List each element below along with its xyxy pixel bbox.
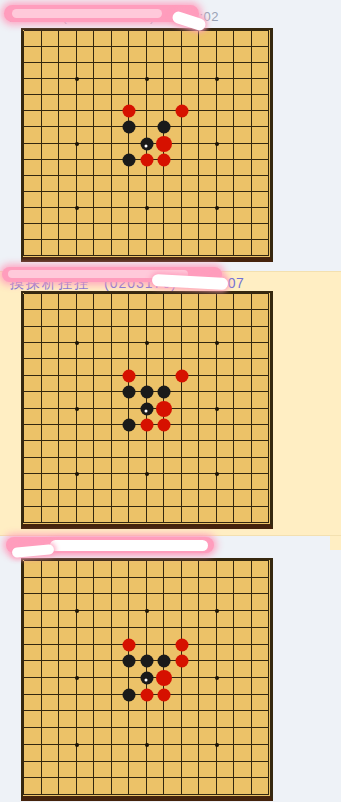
board-2-grid: [24, 294, 269, 523]
star-point: [145, 77, 149, 81]
chat-message-list: 建兆N(7131087822)12:12:02 摸探析挂挂(0203170)12…: [0, 0, 341, 802]
stone-red-c8-r8: [158, 418, 171, 431]
grid-line-vertical: [251, 294, 252, 523]
stone-black-c6-r6: [123, 121, 136, 134]
stone-black-c6-r6: [123, 386, 136, 399]
grid-line-horizontal: [24, 489, 269, 490]
star-point: [215, 676, 219, 680]
stone-black-c6-r8: [123, 153, 136, 166]
stone-black-c8-r6: [158, 386, 171, 399]
star-point: [75, 142, 79, 146]
board-3-grid: [24, 561, 269, 795]
star-point: [75, 77, 79, 81]
stone-black-c7-r6: [140, 655, 153, 668]
stone-red-c8-r7: [156, 136, 172, 152]
star-point: [215, 472, 219, 476]
star-point: [145, 472, 149, 476]
stone-black-c6-r8: [123, 688, 136, 701]
star-point: [215, 142, 219, 146]
stone-red-c6-r5: [123, 105, 136, 118]
grid-line-vertical: [268, 31, 269, 256]
grid-line-horizontal: [24, 522, 269, 523]
grid-line-horizontal: [24, 255, 269, 256]
star-point: [215, 609, 219, 613]
highlighted-message-background-edge: [330, 536, 341, 550]
stone-black-c7-r7: [140, 402, 153, 415]
stone-black-c6-r6: [123, 655, 136, 668]
star-point: [75, 609, 79, 613]
grid-line-vertical: [268, 561, 269, 795]
stone-black-c8-r6: [158, 121, 171, 134]
grid-line-horizontal: [24, 761, 269, 762]
grid-line-horizontal: [24, 777, 269, 778]
grid-line-vertical: [251, 31, 252, 256]
grid-line-vertical: [251, 561, 252, 795]
gomoku-board-1[interactable]: [21, 28, 273, 262]
star-point: [75, 206, 79, 210]
star-point: [215, 743, 219, 747]
redaction-scribble: [50, 540, 208, 551]
star-point: [75, 743, 79, 747]
stone-red-c6-r5: [123, 638, 136, 651]
star-point: [215, 206, 219, 210]
stone-black-c8-r6: [158, 655, 171, 668]
stone-red-c8-r7: [156, 401, 172, 417]
stone-black-c6-r8: [123, 418, 136, 431]
stone-black-c7-r6: [140, 386, 153, 399]
stone-black-c7-r7: [140, 137, 153, 150]
grid-line-horizontal: [24, 239, 269, 240]
redaction-scribble: [12, 9, 162, 18]
stone-marker-dot: [144, 144, 147, 147]
stone-marker-dot: [144, 409, 147, 412]
stone-red-c7-r8: [140, 153, 153, 166]
star-point: [145, 743, 149, 747]
star-point: [215, 407, 219, 411]
grid-line-horizontal: [24, 223, 269, 224]
stone-red-c9-r6: [175, 655, 188, 668]
board-1-grid: [24, 31, 269, 256]
star-point: [215, 77, 219, 81]
stone-red-c7-r8: [140, 688, 153, 701]
star-point: [215, 341, 219, 345]
stone-red-c9-r5: [175, 369, 188, 382]
stone-red-c6-r5: [123, 369, 136, 382]
star-point: [145, 609, 149, 613]
grid-line-horizontal: [24, 794, 269, 795]
star-point: [145, 206, 149, 210]
grid-line-vertical: [268, 294, 269, 523]
stone-marker-dot: [144, 679, 147, 682]
grid-line-horizontal: [24, 506, 269, 507]
stone-red-c8-r8: [158, 688, 171, 701]
stone-red-c8-r8: [158, 153, 171, 166]
gomoku-board-2[interactable]: [21, 291, 273, 529]
gomoku-board-3[interactable]: [21, 558, 273, 801]
star-point: [75, 407, 79, 411]
stone-red-c9-r5: [175, 105, 188, 118]
stone-red-c7-r8: [140, 418, 153, 431]
star-point: [75, 676, 79, 680]
stone-red-c8-r7: [156, 670, 172, 686]
stone-red-c9-r5: [175, 638, 188, 651]
star-point: [75, 472, 79, 476]
star-point: [75, 341, 79, 345]
stone-black-c7-r7: [140, 672, 153, 685]
star-point: [145, 341, 149, 345]
